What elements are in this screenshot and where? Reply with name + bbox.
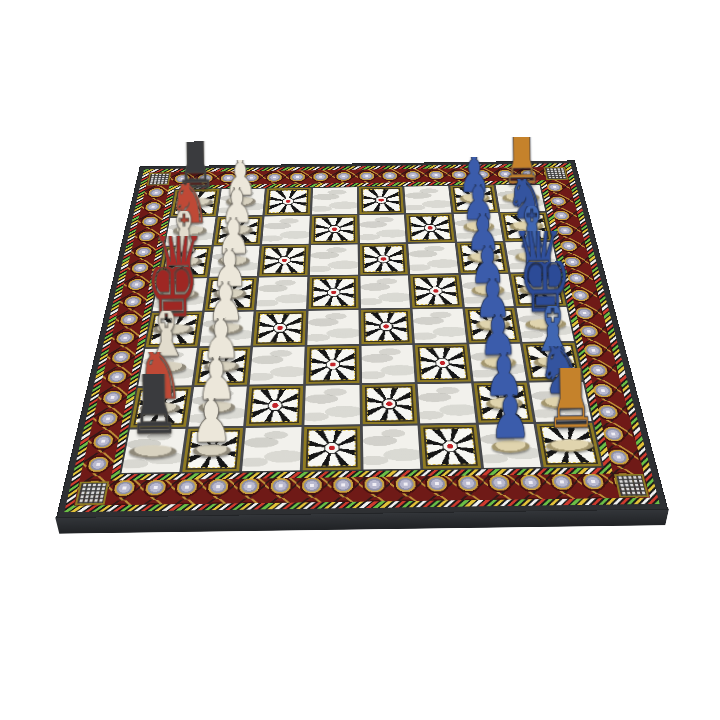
- border-corner-motif: [147, 173, 171, 186]
- square-d8[interactable]: [511, 273, 566, 306]
- square-e8[interactable]: [517, 307, 574, 342]
- square-f4[interactable]: [306, 346, 359, 384]
- square-a6[interactable]: [404, 186, 451, 213]
- board-grid: [119, 184, 604, 475]
- square-b3[interactable]: [262, 216, 309, 245]
- square-c2[interactable]: [209, 246, 260, 277]
- square-c3[interactable]: [259, 245, 308, 276]
- square-e7[interactable]: [465, 308, 520, 343]
- square-a1[interactable]: [171, 189, 220, 216]
- square-g8[interactable]: [530, 382, 592, 422]
- square-a8[interactable]: [496, 185, 545, 212]
- square-g1[interactable]: [130, 387, 191, 428]
- product-photo-background: ♜♞♝♛♚♝♞♜♟♟♟♟♟♟♟♟♜♞♝♛♚♝♞♜♟♟♟♟♟♟♟♟: [0, 0, 720, 720]
- square-f2[interactable]: [194, 347, 251, 385]
- square-d7[interactable]: [461, 274, 514, 307]
- square-h6[interactable]: [420, 425, 480, 469]
- square-f5[interactable]: [361, 345, 415, 383]
- square-g2[interactable]: [188, 386, 247, 427]
- square-e6[interactable]: [413, 308, 467, 343]
- square-h7[interactable]: [479, 424, 542, 468]
- square-d3[interactable]: [257, 277, 308, 310]
- square-g7[interactable]: [474, 382, 534, 422]
- square-f6[interactable]: [415, 344, 471, 382]
- square-c8[interactable]: [506, 242, 559, 273]
- board-outer-stripe-border: [64, 163, 660, 512]
- square-b8[interactable]: [501, 212, 552, 241]
- square-g6[interactable]: [418, 383, 476, 423]
- square-h8[interactable]: [537, 423, 602, 467]
- board-medallion-border: [74, 167, 651, 506]
- square-e1[interactable]: [146, 312, 202, 347]
- square-b5[interactable]: [359, 214, 406, 243]
- square-g5[interactable]: [362, 384, 418, 424]
- square-f8[interactable]: [523, 343, 582, 381]
- square-a2[interactable]: [218, 189, 265, 216]
- square-e3[interactable]: [253, 311, 306, 346]
- square-d1[interactable]: [152, 278, 206, 311]
- square-c4[interactable]: [310, 245, 358, 276]
- square-a3[interactable]: [265, 188, 311, 215]
- square-e4[interactable]: [307, 310, 358, 345]
- board-inner-stripe-border: [110, 180, 613, 480]
- square-a5[interactable]: [359, 187, 404, 214]
- square-g3[interactable]: [246, 386, 303, 427]
- square-d6[interactable]: [410, 275, 462, 308]
- border-corner-motif: [544, 167, 569, 180]
- square-b1[interactable]: [165, 217, 215, 246]
- square-h5[interactable]: [362, 426, 420, 470]
- square-g4[interactable]: [304, 385, 359, 426]
- square-h1[interactable]: [121, 429, 185, 473]
- square-b7[interactable]: [453, 213, 503, 242]
- square-h4[interactable]: [303, 427, 360, 471]
- square-b2[interactable]: [214, 216, 263, 245]
- square-e5[interactable]: [361, 309, 413, 344]
- square-f1[interactable]: [138, 348, 196, 386]
- square-b4[interactable]: [311, 215, 357, 244]
- square-b6[interactable]: [406, 214, 454, 243]
- square-a4[interactable]: [312, 187, 357, 214]
- square-a7[interactable]: [450, 185, 498, 212]
- square-d5[interactable]: [360, 275, 410, 308]
- square-e2[interactable]: [199, 311, 253, 346]
- square-f3[interactable]: [250, 347, 305, 385]
- square-h2[interactable]: [182, 428, 243, 472]
- square-c5[interactable]: [360, 244, 408, 275]
- border-corner-motif: [614, 474, 649, 498]
- square-c1[interactable]: [159, 247, 211, 278]
- chessboard-scene: ♜♞♝♛♚♝♞♜♟♟♟♟♟♟♟♟♜♞♝♛♚♝♞♜♟♟♟♟♟♟♟♟: [49, 0, 667, 517]
- square-c6[interactable]: [408, 243, 458, 274]
- square-h3[interactable]: [242, 427, 301, 471]
- square-d2[interactable]: [204, 278, 256, 311]
- chessboard: ♜♞♝♛♚♝♞♜♟♟♟♟♟♟♟♟♜♞♝♛♚♝♞♜♟♟♟♟♟♟♟♟: [57, 161, 667, 517]
- square-d4[interactable]: [309, 276, 359, 309]
- scene-tilt: ♜♞♝♛♚♝♞♜♟♟♟♟♟♟♟♟♜♞♝♛♚♝♞♜♟♟♟♟♟♟♟♟: [0, 0, 720, 720]
- board-front-edge: [55, 509, 669, 534]
- square-f7[interactable]: [469, 344, 527, 382]
- square-c7[interactable]: [457, 243, 508, 274]
- border-corner-motif: [75, 481, 109, 505]
